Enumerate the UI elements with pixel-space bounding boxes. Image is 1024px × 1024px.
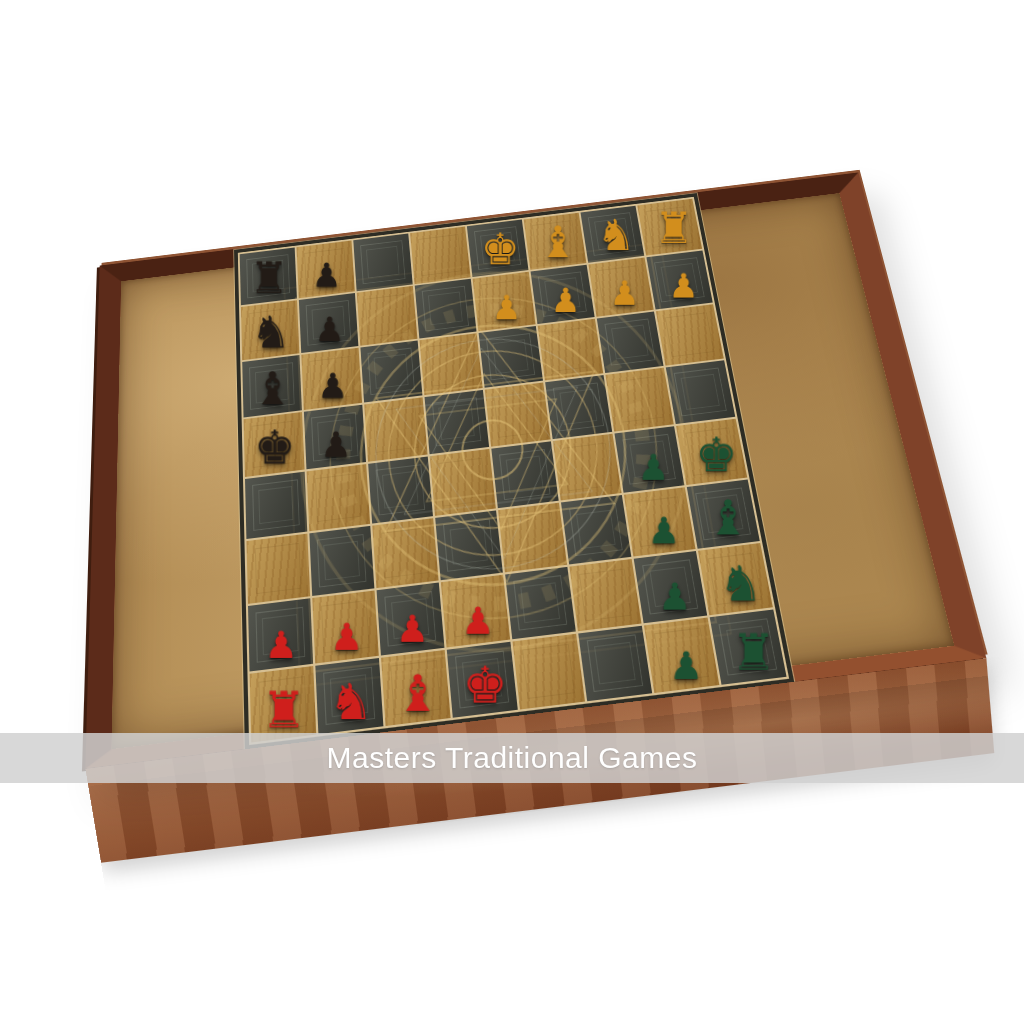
square-d2: ♟ [441, 575, 510, 648]
yellow-pawn-f7: ♟ [537, 284, 595, 318]
square-c3 [372, 518, 438, 588]
square-a8: ♜ [240, 248, 297, 306]
square-h3: ♝ [687, 480, 760, 549]
square-b1: ♞ [315, 658, 383, 734]
parchment-surface: ♜♟♚♝♞♜♞♟♟♟♟♟♝♟♚♟♟♚♟♝♟♟♟♟♟♞♜♞♝♚♟♜ [112, 193, 954, 749]
square-a2: ♟ [248, 598, 313, 671]
green-pawn-g2: ♟ [643, 579, 707, 616]
square-c2: ♟ [377, 583, 445, 656]
square-f1 [578, 626, 652, 702]
square-f6 [538, 319, 604, 381]
watermark-text: Masters Traditional Games [327, 741, 698, 775]
square-e8: ♚ [467, 220, 529, 277]
yellow-ship-h8: ♜ [645, 206, 701, 249]
square-d1: ♚ [447, 642, 518, 718]
red-elephant-c1: ♝ [385, 668, 450, 718]
square-b2: ♟ [312, 590, 379, 663]
black-pawn-b8: ♟ [298, 259, 354, 292]
square-e4 [491, 441, 558, 508]
board: ♜♟♚♝♞♜♞♟♟♟♟♟♝♟♚♟♟♚♟♝♟♟♟♟♟♞♜♞♝♚♟♜ [234, 193, 794, 750]
red-king-d1: ♚ [452, 660, 517, 710]
green-elephant-h3: ♝ [697, 494, 760, 542]
yellow-king-e8: ♚ [472, 228, 528, 271]
black-pawn-b7: ♟ [301, 313, 359, 347]
green-pawn-g3: ♟ [633, 513, 696, 549]
red-pawn-c2: ♟ [380, 611, 444, 648]
square-a5: ♚ [244, 412, 305, 477]
square-d4 [430, 449, 496, 516]
square-g2: ♟ [634, 551, 707, 623]
yellow-pawn-e7: ♟ [478, 291, 536, 325]
scene: ♜♟♚♝♞♜♞♟♟♟♟♟♝♟♚♟♟♚♟♝♟♟♟♟♟♞♜♞♝♚♟♜ [25, 140, 985, 800]
black-elephant-a6: ♝ [243, 366, 302, 411]
square-b8: ♟ [296, 241, 354, 299]
yellow-elephant-f8: ♝ [530, 221, 586, 264]
square-f4 [553, 434, 622, 501]
square-f3 [561, 495, 631, 564]
square-b6: ♟ [301, 348, 362, 410]
square-c8 [353, 234, 412, 292]
green-pawn-g1: ♟ [654, 647, 719, 685]
square-c4 [368, 456, 433, 523]
square-g1: ♟ [644, 618, 719, 693]
wooden-tray: ♜♟♚♝♞♜♞♟♟♟♟♟♝♟♚♟♟♚♟♝♟♟♟♟♟♞♜♞♝♚♟♜ [85, 172, 986, 768]
red-pawn-b2: ♟ [315, 619, 379, 656]
red-pawn-a2: ♟ [249, 627, 313, 664]
black-horse-a7: ♞ [242, 310, 300, 354]
square-a7: ♞ [241, 300, 299, 360]
red-ship-a1: ♜ [251, 685, 316, 735]
black-pawn-b6: ♟ [303, 369, 362, 403]
square-g7: ♟ [588, 258, 653, 317]
square-g4: ♟ [614, 426, 684, 493]
square-f8: ♝ [524, 213, 587, 270]
square-a3 [246, 534, 310, 604]
square-a1: ♜ [250, 666, 317, 742]
square-h7: ♟ [646, 250, 712, 309]
green-ship-h1: ♜ [721, 627, 786, 677]
black-king-a5: ♚ [245, 424, 305, 470]
square-h5 [666, 360, 736, 424]
red-horse-b1: ♞ [318, 677, 383, 727]
yellow-pawn-g7: ♟ [596, 277, 654, 311]
square-d3 [435, 510, 503, 580]
square-g3: ♟ [624, 487, 696, 556]
square-b5: ♟ [304, 405, 366, 470]
square-f2 [569, 559, 641, 631]
square-g5 [605, 368, 673, 432]
yellow-horse-g8: ♞ [588, 213, 644, 256]
green-king-h4: ♚ [686, 431, 747, 478]
square-a4 [245, 472, 307, 539]
square-b3 [309, 526, 374, 596]
square-h4: ♚ [676, 419, 747, 485]
yellow-pawn-h7: ♟ [655, 270, 713, 304]
square-g8: ♞ [580, 206, 644, 263]
square-f7: ♟ [531, 265, 595, 324]
square-c1: ♝ [381, 650, 451, 726]
square-d8 [410, 227, 470, 284]
square-a6: ♝ [242, 355, 302, 417]
square-h2: ♞ [698, 543, 773, 615]
green-pawn-g4: ♟ [623, 450, 684, 486]
green-horse-h2: ♞ [708, 559, 772, 608]
square-h1: ♜ [710, 610, 787, 685]
square-e1 [513, 634, 585, 710]
square-g6 [597, 311, 664, 372]
square-e3 [498, 503, 567, 573]
black-ship-a8: ♜ [241, 256, 297, 299]
square-f5 [545, 375, 612, 439]
square-c5 [364, 397, 427, 462]
black-pawn-b5: ♟ [306, 428, 366, 463]
square-b7: ♟ [299, 293, 359, 353]
square-c7 [357, 286, 418, 346]
product-photo: ♜♟♚♝♞♜♞♟♟♟♟♟♝♟♚♟♟♚♟♝♟♟♟♟♟♞♜♞♝♚♟♜ [0, 0, 1024, 1024]
square-e2 [505, 567, 576, 640]
square-d5 [425, 390, 490, 454]
square-e7: ♟ [473, 272, 536, 331]
square-b4 [307, 464, 371, 531]
red-pawn-d2: ♟ [446, 603, 510, 640]
square-d7 [415, 279, 477, 339]
board-area: ♜♟♚♝♞♜♞♟♟♟♟♟♝♟♚♟♟♚♟♝♟♟♟♟♟♞♜♞♝♚♟♜ [112, 193, 954, 749]
square-e5 [485, 382, 551, 446]
square-h8: ♜ [637, 199, 702, 256]
square-d6 [420, 333, 483, 395]
watermark-band: Masters Traditional Games [0, 733, 1024, 783]
square-e6 [479, 326, 543, 388]
square-h6 [656, 304, 724, 365]
square-c6 [360, 341, 422, 403]
